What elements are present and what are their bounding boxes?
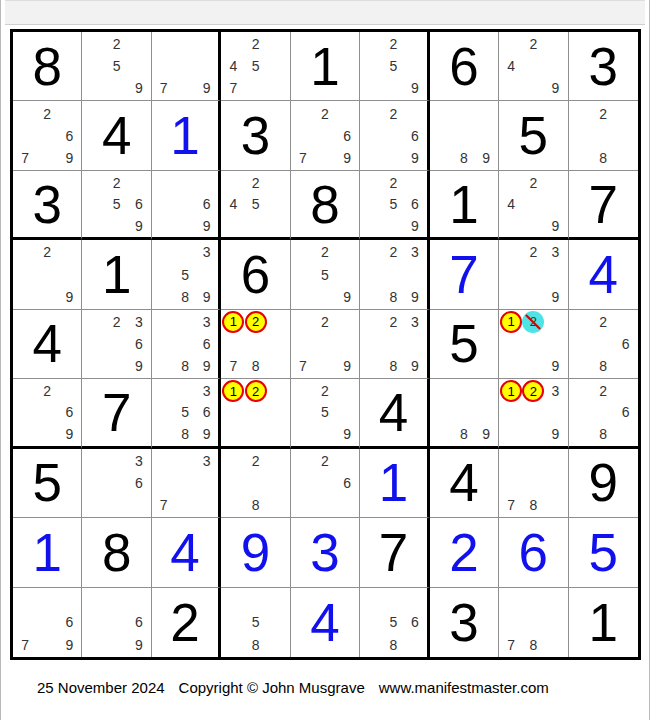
pencil-mark: 9	[404, 286, 425, 308]
pencil-marks: 129	[500, 311, 566, 377]
pencil-mark: 2	[36, 241, 58, 263]
pencil-mark: 1	[500, 380, 522, 402]
solved-digit: 1	[360, 449, 426, 517]
pencil-mark: 8	[174, 286, 195, 308]
pencil-mark: 9	[128, 634, 150, 656]
cell-r7c6[interactable]: 1	[360, 449, 429, 518]
pencil-marks: 259	[292, 241, 358, 307]
pencil-mark: 6	[58, 611, 80, 633]
pencil-mark: 5	[106, 193, 128, 214]
pencil-mark: 9	[336, 355, 358, 377]
pencil-mark: 3	[128, 450, 150, 472]
pencil-mark: 2	[314, 380, 336, 401]
cell-r9c6[interactable]: 568	[360, 588, 429, 657]
pencil-mark: 9	[336, 286, 358, 308]
pencil-mark: 2	[106, 33, 128, 55]
pencil-mark: 8	[453, 423, 475, 444]
pencil-mark: 6	[336, 125, 358, 147]
cell-r7c7[interactable]: 4	[430, 449, 499, 518]
pencil-marks: 245	[222, 172, 288, 236]
pencil-mark: 6	[615, 402, 637, 423]
pencil-mark: 3	[404, 241, 425, 263]
pencil-mark: 8	[453, 147, 475, 169]
solved-digit: 4	[152, 518, 218, 586]
highlighted-candidate: 2	[245, 380, 267, 402]
cell-r7c9[interactable]: 9	[569, 449, 638, 518]
cell-r3c2[interactable]: 2569	[82, 171, 151, 240]
pencil-mark: 8	[522, 494, 544, 516]
pencil-mark: 2	[383, 311, 404, 333]
pencil-marks: 28	[222, 450, 288, 516]
highlighted-candidate: 1	[500, 380, 522, 402]
pencil-mark: 9	[196, 215, 217, 236]
pencil-mark: 2	[522, 241, 544, 263]
pencil-marks: 268	[570, 380, 637, 444]
pencil-mark: 3	[196, 311, 217, 333]
pencil-marks: 2389	[361, 241, 425, 307]
pencil-marks: 2457	[222, 33, 288, 99]
cell-r1c6[interactable]: 259	[360, 32, 429, 101]
cell-r2c5[interactable]: 2679	[291, 101, 360, 170]
highlighted-candidate: 1	[222, 311, 244, 333]
pencil-mark: 9	[404, 147, 425, 169]
pencil-marks: 28	[570, 102, 637, 168]
cell-r2c3[interactable]: 1	[152, 101, 221, 170]
cell-r7c3[interactable]: 37	[152, 449, 221, 518]
pencil-mark: 2	[314, 311, 336, 333]
pencil-marks: 259	[83, 33, 149, 99]
pencil-mark: 3	[196, 241, 217, 263]
pencil-mark: 1	[500, 311, 522, 333]
cell-r7c5[interactable]: 26	[291, 449, 360, 518]
pencil-mark: 3	[544, 380, 566, 402]
pencil-marks: 259	[292, 380, 358, 444]
pencil-marks: 279	[292, 311, 358, 377]
pencil-mark: 2	[244, 311, 266, 333]
pencil-mark: 8	[592, 147, 614, 169]
cell-r6c9[interactable]: 268	[569, 379, 638, 448]
pencil-mark: 6	[404, 125, 425, 147]
cell-r3c8[interactable]: 249	[499, 171, 568, 240]
given-digit: 5	[13, 449, 81, 517]
pencil-mark: 4	[222, 55, 244, 77]
cell-r2c4[interactable]: 3	[221, 101, 290, 170]
pencil-marks: 78	[500, 450, 566, 516]
cell-r4c5[interactable]: 259	[291, 240, 360, 309]
cell-r2c8[interactable]: 5	[499, 101, 568, 170]
cell-r8c7[interactable]: 2	[430, 518, 499, 587]
footer-website[interactable]: www.manifestmaster.com	[379, 679, 549, 696]
pencil-mark: 6	[404, 193, 425, 214]
pencil-mark: 6	[336, 472, 358, 494]
cell-r8c2[interactable]: 8	[82, 518, 151, 587]
pencil-mark: 2	[522, 311, 544, 333]
toolbar-strip	[5, 0, 645, 25]
highlighted-candidate: 1	[500, 311, 522, 333]
given-digit: 3	[13, 171, 81, 237]
pencil-mark: 9	[58, 423, 80, 444]
pencil-mark: 6	[128, 611, 150, 633]
pencil-mark: 8	[383, 634, 404, 656]
pencil-marks: 29	[14, 241, 80, 307]
cell-r5c3[interactable]: 3689	[152, 310, 221, 379]
pencil-mark: 9	[404, 355, 425, 377]
pencil-mark: 2	[244, 172, 266, 193]
cell-r1c2[interactable]: 259	[82, 32, 151, 101]
cell-r5c4[interactable]: 1278	[221, 310, 290, 379]
pencil-mark: 2	[383, 172, 404, 193]
pencil-marks: 2679	[14, 102, 80, 168]
pencil-mark: 6	[128, 193, 150, 214]
pencil-mark: 7	[222, 77, 244, 99]
pencil-marks: 12	[222, 380, 288, 444]
cell-r6c6[interactable]: 4	[360, 379, 429, 448]
given-digit: 8	[291, 171, 359, 237]
given-digit: 8	[82, 518, 150, 586]
cell-r8c8[interactable]: 6	[499, 518, 568, 587]
pencil-mark: 6	[58, 402, 80, 423]
cell-r6c3[interactable]: 35689	[152, 379, 221, 448]
pencil-marks: 3689	[153, 311, 217, 377]
solved-digit: 4	[569, 240, 638, 308]
pencil-mark: 4	[222, 193, 244, 214]
given-digit: 4	[430, 449, 498, 517]
cell-r8c4[interactable]: 9	[221, 518, 290, 587]
pencil-mark: 2	[314, 450, 336, 472]
pencil-mark: 8	[522, 634, 544, 656]
pencil-mark: 2	[522, 380, 544, 402]
pencil-mark: 3	[544, 241, 566, 263]
pencil-marks: 268	[570, 311, 637, 377]
pencil-mark: 7	[14, 634, 36, 656]
solved-digit: 1	[152, 101, 218, 169]
cell-r5c6[interactable]: 2389	[360, 310, 429, 379]
pencil-marks: 239	[500, 241, 566, 307]
pencil-mark: 2	[592, 102, 614, 124]
cell-r6c2[interactable]: 7	[82, 379, 151, 448]
pencil-mark: 8	[592, 355, 614, 377]
cell-r3c7[interactable]: 1	[430, 171, 499, 240]
cell-r8c9[interactable]: 5	[569, 518, 638, 587]
given-digit: 1	[82, 240, 150, 308]
pencil-mark: 7	[500, 494, 522, 516]
solved-digit: 4	[291, 588, 359, 657]
highlighted-candidate: 2	[522, 380, 544, 402]
pencil-mark: 5	[383, 611, 404, 633]
pencil-mark: 9	[128, 355, 150, 377]
pencil-marks: 36	[83, 450, 149, 516]
pencil-mark: 2	[383, 102, 404, 124]
pencil-mark: 5	[244, 193, 266, 214]
cell-r8c3[interactable]: 4	[152, 518, 221, 587]
pencil-mark: 8	[244, 355, 266, 377]
cell-r5c1[interactable]: 4	[13, 310, 82, 379]
cell-r5c7[interactable]: 5	[430, 310, 499, 379]
pencil-mark: 2	[522, 33, 544, 55]
cell-r1c1[interactable]: 8	[13, 32, 82, 101]
pencil-mark: 9	[544, 215, 566, 236]
pencil-mark: 2	[244, 380, 266, 402]
solved-digit: 2	[430, 518, 498, 586]
pencil-marks: 58	[222, 589, 288, 656]
pencil-marks: 2569	[83, 172, 149, 236]
pencil-mark: 7	[500, 634, 522, 656]
pencil-mark: 9	[196, 423, 217, 444]
cell-r2c9[interactable]: 28	[569, 101, 638, 170]
pencil-mark: 3	[196, 450, 217, 472]
given-digit: 9	[569, 449, 638, 517]
cell-r4c1[interactable]: 29	[13, 240, 82, 309]
given-digit: 5	[430, 310, 498, 378]
pencil-marks: 89	[431, 380, 497, 444]
cell-r6c1[interactable]: 269	[13, 379, 82, 448]
pencil-mark: 3	[404, 311, 425, 333]
pencil-mark: 9	[544, 423, 566, 444]
cell-r8c5[interactable]: 3	[291, 518, 360, 587]
app-window: 8259792457125962493267941326792698952832…	[0, 0, 650, 720]
solved-digit: 6	[499, 518, 567, 586]
pencil-mark: 2	[36, 102, 58, 124]
pencil-mark: 9	[544, 77, 566, 99]
cell-r8c1[interactable]: 1	[13, 518, 82, 587]
cell-r4c3[interactable]: 3589	[152, 240, 221, 309]
pencil-mark: 7	[153, 77, 174, 99]
given-digit: 4	[82, 101, 150, 169]
given-digit: 1	[430, 171, 498, 237]
pencil-mark: 8	[592, 423, 614, 444]
given-digit: 3	[430, 588, 498, 657]
pencil-mark: 5	[383, 55, 404, 77]
pencil-mark: 9	[336, 423, 358, 444]
pencil-mark: 2	[383, 241, 404, 263]
cell-r9c9[interactable]: 1	[569, 588, 638, 657]
pencil-marks: 1278	[222, 311, 288, 377]
pencil-mark: 6	[196, 402, 217, 423]
given-digit: 3	[221, 101, 289, 169]
solved-digit: 1	[13, 518, 81, 586]
given-digit: 7	[82, 379, 150, 445]
cell-r2c7[interactable]: 89	[430, 101, 499, 170]
footer-date: 25 November 2024	[37, 679, 165, 696]
cell-r9c5[interactable]: 4	[291, 588, 360, 657]
pencil-mark: 8	[244, 634, 266, 656]
pencil-marks: 69	[153, 172, 217, 236]
cell-r5c2[interactable]: 2369	[82, 310, 151, 379]
pencil-mark: 8	[174, 423, 195, 444]
pencil-mark: 3	[196, 380, 217, 401]
highlighted-candidate: 2	[245, 311, 267, 333]
cell-r5c5[interactable]: 279	[291, 310, 360, 379]
given-digit: 7	[360, 518, 426, 586]
pencil-mark: 2	[106, 311, 128, 333]
pencil-mark: 7	[292, 355, 314, 377]
eliminated-candidate: 2	[522, 311, 544, 333]
pencil-mark: 5	[174, 263, 195, 285]
pencil-mark: 5	[106, 55, 128, 77]
pencil-marks: 89	[431, 102, 497, 168]
pencil-marks: 568	[361, 589, 425, 656]
pencil-marks: 679	[14, 589, 80, 656]
pencil-marks: 37	[153, 450, 217, 516]
given-digit: 1	[291, 32, 359, 100]
cell-r2c1[interactable]: 2679	[13, 101, 82, 170]
cell-r9c3[interactable]: 2	[152, 588, 221, 657]
pencil-mark: 9	[128, 215, 150, 236]
pencil-mark: 8	[383, 355, 404, 377]
pencil-mark: 1	[222, 380, 244, 402]
cell-r1c9[interactable]: 3	[569, 32, 638, 101]
pencil-mark: 7	[153, 494, 174, 516]
pencil-marks: 1239	[500, 380, 566, 444]
pencil-mark: 9	[336, 147, 358, 169]
pencil-mark: 2	[244, 450, 266, 472]
footer-copyright: Copyright © John Musgrave	[179, 679, 365, 696]
pencil-marks: 2369	[83, 311, 149, 377]
pencil-mark: 9	[404, 77, 425, 99]
pencil-marks: 249	[500, 33, 566, 99]
cell-r1c3[interactable]: 79	[152, 32, 221, 101]
pencil-mark: 6	[196, 193, 217, 214]
pencil-mark: 6	[404, 611, 425, 633]
cell-r4c2[interactable]: 1	[82, 240, 151, 309]
pencil-mark: 5	[174, 402, 195, 423]
cell-r4c7[interactable]: 7	[430, 240, 499, 309]
cell-r5c8[interactable]: 129	[499, 310, 568, 379]
cell-r9c1[interactable]: 679	[13, 588, 82, 657]
pencil-marks: 269	[361, 102, 425, 168]
cell-r7c4[interactable]: 28	[221, 449, 290, 518]
pencil-marks: 79	[153, 33, 217, 99]
pencil-mark: 9	[128, 77, 150, 99]
pencil-mark: 9	[196, 286, 217, 308]
pencil-mark: 2	[383, 33, 404, 55]
given-digit: 3	[569, 32, 638, 100]
solved-digit: 7	[430, 240, 498, 308]
pencil-marks: 35689	[153, 380, 217, 444]
cell-r3c5[interactable]: 8	[291, 171, 360, 240]
pencil-mark: 9	[544, 286, 566, 308]
pencil-marks: 269	[14, 380, 80, 444]
pencil-mark: 5	[244, 55, 266, 77]
elimination-slash-icon	[526, 314, 542, 330]
pencil-mark: 5	[244, 611, 266, 633]
pencil-marks: 78	[500, 589, 566, 656]
cell-r3c4[interactable]: 245	[221, 171, 290, 240]
pencil-mark: 2	[244, 33, 266, 55]
pencil-marks: 3589	[153, 241, 217, 307]
pencil-mark: 7	[222, 355, 244, 377]
pencil-marks: 69	[83, 589, 149, 656]
cell-r5c9[interactable]: 268	[569, 310, 638, 379]
pencil-mark: 3	[128, 311, 150, 333]
cell-r7c8[interactable]: 78	[499, 449, 568, 518]
given-digit: 6	[430, 32, 498, 100]
cell-r9c7[interactable]: 3	[430, 588, 499, 657]
solved-digit: 9	[221, 518, 289, 586]
pencil-mark: 2	[36, 380, 58, 401]
cell-r8c6[interactable]: 7	[360, 518, 429, 587]
pencil-mark: 9	[196, 77, 217, 99]
pencil-marks: 2679	[292, 102, 358, 168]
cell-r4c8[interactable]: 239	[499, 240, 568, 309]
pencil-mark: 9	[475, 423, 497, 444]
cell-r1c7[interactable]: 6	[430, 32, 499, 101]
pencil-marks: 259	[361, 33, 425, 99]
pencil-mark: 6	[128, 472, 150, 494]
pencil-mark: 7	[292, 147, 314, 169]
pencil-mark: 9	[58, 147, 80, 169]
cell-r4c6[interactable]: 2389	[360, 240, 429, 309]
cell-r1c8[interactable]: 249	[499, 32, 568, 101]
pencil-mark: 8	[244, 494, 266, 516]
given-digit: 4	[360, 379, 426, 445]
cell-r7c2[interactable]: 36	[82, 449, 151, 518]
pencil-mark: 1	[222, 311, 244, 333]
cell-r6c4[interactable]: 12	[221, 379, 290, 448]
cell-r4c4[interactable]: 6	[221, 240, 290, 309]
cell-r1c5[interactable]: 1	[291, 32, 360, 101]
pencil-mark: 9	[475, 147, 497, 169]
cell-r9c8[interactable]: 78	[499, 588, 568, 657]
given-digit: 7	[569, 171, 638, 237]
cell-r9c2[interactable]: 69	[82, 588, 151, 657]
pencil-mark: 6	[196, 333, 217, 355]
cell-r3c9[interactable]: 7	[569, 171, 638, 240]
pencil-mark: 2	[592, 311, 614, 333]
cell-r4c9[interactable]: 4	[569, 240, 638, 309]
cell-r3c3[interactable]: 69	[152, 171, 221, 240]
pencil-marks: 26	[292, 450, 358, 516]
cell-r6c8[interactable]: 1239	[499, 379, 568, 448]
cell-r7c1[interactable]: 5	[13, 449, 82, 518]
pencil-mark: 2	[314, 102, 336, 124]
pencil-mark: 6	[58, 125, 80, 147]
pencil-mark: 4	[500, 55, 522, 77]
pencil-mark: 9	[544, 355, 566, 377]
pencil-mark: 8	[383, 286, 404, 308]
given-digit: 5	[499, 101, 567, 169]
pencil-mark: 7	[14, 147, 36, 169]
given-digit: 1	[569, 588, 638, 657]
cell-r6c5[interactable]: 259	[291, 379, 360, 448]
pencil-mark: 9	[404, 215, 425, 236]
highlighted-candidate: 1	[222, 380, 244, 402]
pencil-marks: 2569	[361, 172, 425, 236]
cell-r2c6[interactable]: 269	[360, 101, 429, 170]
given-digit: 6	[221, 240, 289, 308]
given-digit: 2	[152, 588, 218, 657]
solved-digit: 3	[291, 518, 359, 586]
pencil-mark: 5	[383, 193, 404, 214]
sudoku-board: 8259792457125962493267941326792698952832…	[10, 29, 641, 660]
pencil-mark: 9	[58, 634, 80, 656]
cell-r1c4[interactable]: 2457	[221, 32, 290, 101]
cell-r6c7[interactable]: 89	[430, 379, 499, 448]
pencil-mark: 6	[128, 333, 150, 355]
cell-r3c1[interactable]: 3	[13, 171, 82, 240]
footer: 25 November 2024 Copyright © John Musgra…	[37, 677, 549, 697]
given-digit: 4	[13, 310, 81, 378]
cell-r3c6[interactable]: 2569	[360, 171, 429, 240]
pencil-marks: 249	[500, 172, 566, 236]
cell-r2c2[interactable]: 4	[82, 101, 151, 170]
solved-digit: 5	[569, 518, 638, 586]
pencil-mark: 5	[314, 263, 336, 285]
pencil-marks: 2389	[361, 311, 425, 377]
pencil-mark: 8	[174, 355, 195, 377]
cell-r9c4[interactable]: 58	[221, 588, 290, 657]
pencil-mark: 5	[314, 402, 336, 423]
